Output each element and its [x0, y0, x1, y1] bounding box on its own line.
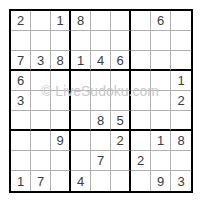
cell-r9c6[interactable]	[111, 171, 131, 191]
cell-r2c4[interactable]	[71, 31, 91, 51]
cell-r5c2[interactable]	[31, 91, 51, 111]
cell-r4c7[interactable]	[131, 71, 151, 91]
cell-r9c2[interactable]: 7	[31, 171, 51, 191]
cell-r1c3[interactable]: 1	[51, 11, 71, 31]
cell-r1c4[interactable]: 8	[71, 11, 91, 31]
cell-r1c1[interactable]: 2	[11, 11, 31, 31]
cell-r3c5[interactable]: 4	[91, 51, 111, 71]
cell-r2c9[interactable]	[171, 31, 191, 51]
cell-r9c3[interactable]	[51, 171, 71, 191]
cell-r3c1[interactable]: 7	[11, 51, 31, 71]
cell-r2c7[interactable]	[131, 31, 151, 51]
cell-r4c5[interactable]	[91, 71, 111, 91]
cell-r7c9[interactable]: 8	[171, 131, 191, 151]
cell-r9c4[interactable]: 4	[71, 171, 91, 191]
cell-r3c4[interactable]: 1	[71, 51, 91, 71]
cell-r3c9[interactable]	[171, 51, 191, 71]
cell-r6c7[interactable]	[131, 111, 151, 131]
cell-r4c6[interactable]	[111, 71, 131, 91]
cell-r3c8[interactable]	[151, 51, 171, 71]
cell-r5c5[interactable]	[91, 91, 111, 111]
cell-r7c1[interactable]	[11, 131, 31, 151]
cell-r7c7[interactable]	[131, 131, 151, 151]
cell-r5c1[interactable]: 3	[11, 91, 31, 111]
cell-r6c3[interactable]	[51, 111, 71, 131]
cell-r4c9[interactable]: 1	[171, 71, 191, 91]
cell-r4c4[interactable]	[71, 71, 91, 91]
cell-r2c3[interactable]	[51, 31, 71, 51]
cell-r8c1[interactable]	[11, 151, 31, 171]
cell-r2c1[interactable]	[11, 31, 31, 51]
cell-r1c5[interactable]	[91, 11, 111, 31]
cell-r5c3[interactable]	[51, 91, 71, 111]
cell-r9c8[interactable]: 9	[151, 171, 171, 191]
cell-r1c7[interactable]	[131, 11, 151, 31]
cell-r2c2[interactable]	[31, 31, 51, 51]
cell-r8c3[interactable]	[51, 151, 71, 171]
cell-r6c5[interactable]: 8	[91, 111, 111, 131]
cell-r7c5[interactable]	[91, 131, 111, 151]
cell-r6c8[interactable]	[151, 111, 171, 131]
cell-r6c9[interactable]	[171, 111, 191, 131]
cell-r1c8[interactable]: 6	[151, 11, 171, 31]
cell-r8c4[interactable]	[71, 151, 91, 171]
cell-r7c2[interactable]	[31, 131, 51, 151]
cell-r5c6[interactable]	[111, 91, 131, 111]
cell-r9c5[interactable]	[91, 171, 111, 191]
cell-r5c4[interactable]	[71, 91, 91, 111]
cell-r4c3[interactable]	[51, 71, 71, 91]
cell-r6c1[interactable]	[11, 111, 31, 131]
cell-r4c1[interactable]: 6	[11, 71, 31, 91]
cell-r8c5[interactable]: 7	[91, 151, 111, 171]
cell-r7c4[interactable]	[71, 131, 91, 151]
cell-r9c7[interactable]	[131, 171, 151, 191]
cell-r6c4[interactable]	[71, 111, 91, 131]
cell-r8c6[interactable]	[111, 151, 131, 171]
cell-r1c9[interactable]	[171, 11, 191, 31]
cell-r8c2[interactable]	[31, 151, 51, 171]
cell-r7c3[interactable]: 9	[51, 131, 71, 151]
cell-r5c9[interactable]: 2	[171, 91, 191, 111]
cell-r2c5[interactable]	[91, 31, 111, 51]
sudoku-page: 218673814661328592187217493 © LiveSudoku…	[0, 0, 200, 200]
cell-r5c7[interactable]	[131, 91, 151, 111]
cell-r1c6[interactable]	[111, 11, 131, 31]
cell-r9c1[interactable]: 1	[11, 171, 31, 191]
cell-r6c6[interactable]: 5	[111, 111, 131, 131]
cell-r3c2[interactable]: 3	[31, 51, 51, 71]
cell-r1c2[interactable]	[31, 11, 51, 31]
cell-r2c8[interactable]	[151, 31, 171, 51]
cell-r9c9[interactable]: 3	[171, 171, 191, 191]
cell-r8c9[interactable]	[171, 151, 191, 171]
sudoku-board: 218673814661328592187217493	[9, 9, 193, 193]
cell-r8c8[interactable]	[151, 151, 171, 171]
cell-r4c8[interactable]	[151, 71, 171, 91]
cell-r5c8[interactable]	[151, 91, 171, 111]
cell-r3c7[interactable]	[131, 51, 151, 71]
cell-r4c2[interactable]	[31, 71, 51, 91]
cell-r3c3[interactable]: 8	[51, 51, 71, 71]
cell-r7c6[interactable]: 2	[111, 131, 131, 151]
cell-r7c8[interactable]: 1	[151, 131, 171, 151]
cell-r6c2[interactable]	[31, 111, 51, 131]
cell-r8c7[interactable]: 2	[131, 151, 151, 171]
cell-r3c6[interactable]: 6	[111, 51, 131, 71]
cell-r2c6[interactable]	[111, 31, 131, 51]
